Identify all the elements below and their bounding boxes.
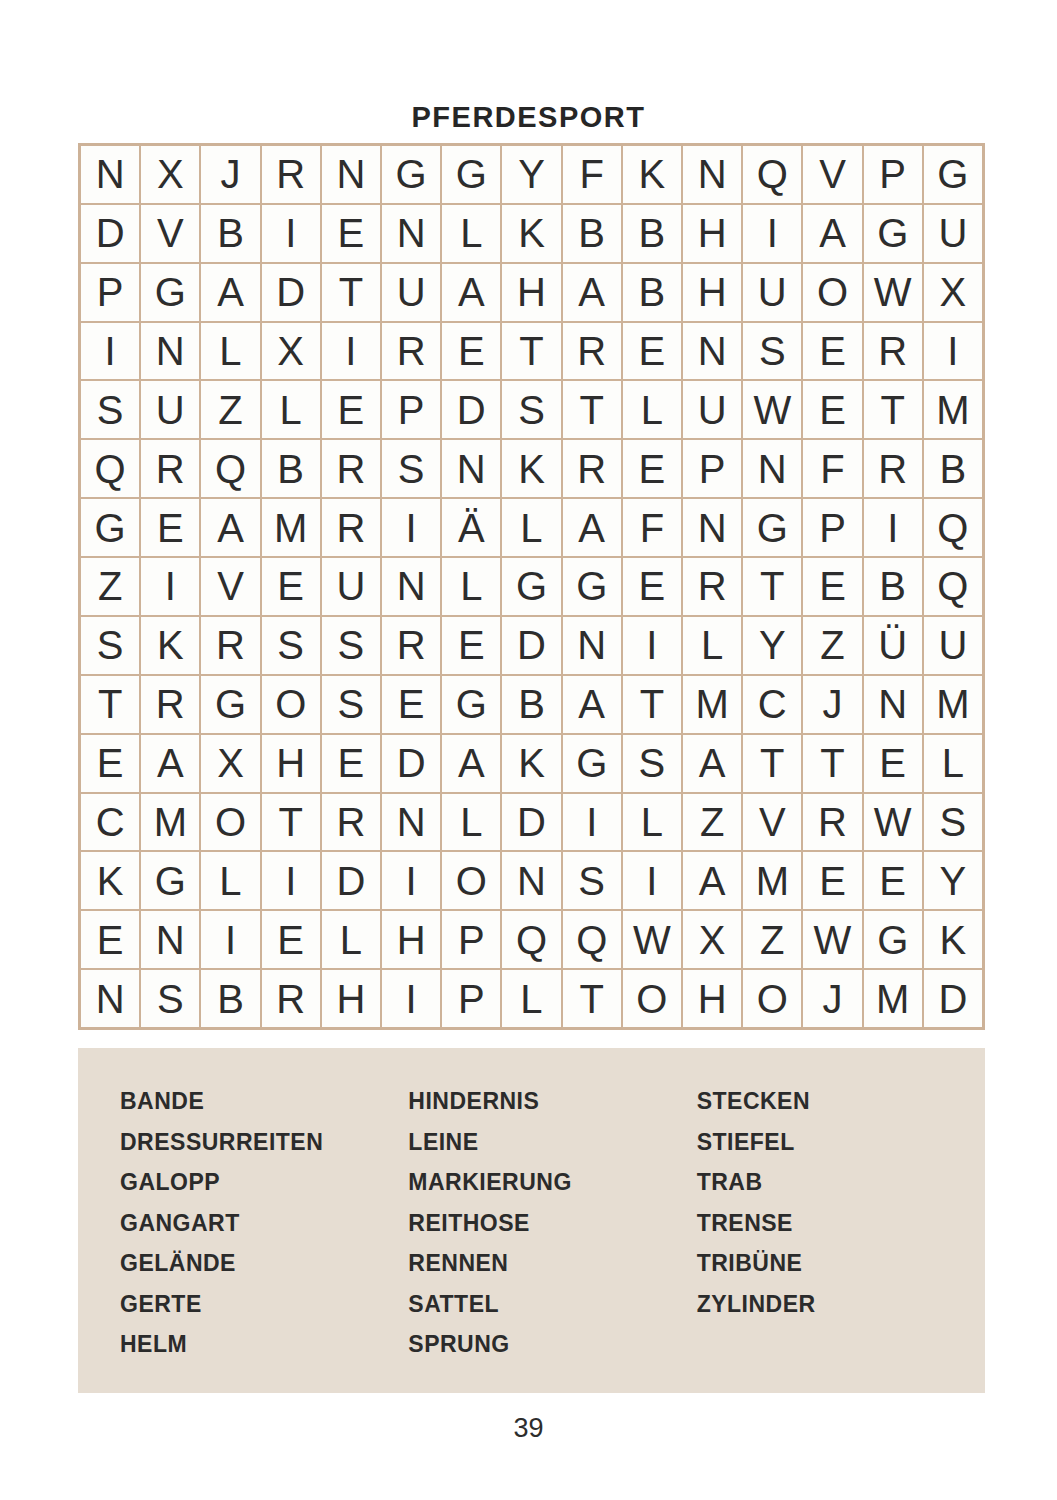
grid-cell-r14c13[interactable]: W — [803, 911, 861, 968]
grid-cell-r5c8[interactable]: S — [502, 381, 560, 438]
grid-cell-r12c11[interactable]: Z — [683, 794, 741, 851]
grid-cell-r5c13[interactable]: E — [803, 381, 861, 438]
grid-cell-r10c3[interactable]: G — [201, 676, 259, 733]
grid-cell-r10c4[interactable]: O — [262, 676, 320, 733]
grid-cell-r13c11[interactable]: A — [683, 852, 741, 909]
grid-cell-r12c13[interactable]: R — [803, 794, 861, 851]
grid-cell-r15c6[interactable]: I — [382, 970, 440, 1027]
grid-cell-r15c11[interactable]: H — [683, 970, 741, 1027]
page-title: PFERDESPORT — [0, 101, 1057, 134]
grid-cell-r14c6[interactable]: H — [382, 911, 440, 968]
grid-cell-r12c4[interactable]: T — [262, 794, 320, 851]
grid-cell-r7c5[interactable]: R — [322, 499, 380, 556]
grid-cell-r5c7[interactable]: D — [442, 381, 500, 438]
grid-cell-r8c3[interactable]: V — [201, 558, 259, 615]
word-list-item: RENNEN — [408, 1243, 696, 1284]
grid-cell-r11c3[interactable]: X — [201, 735, 259, 792]
grid-cell-r15c13[interactable]: J — [803, 970, 861, 1027]
grid-cell-r9c3[interactable]: R — [201, 617, 259, 674]
grid-cell-r15c10[interactable]: O — [623, 970, 681, 1027]
grid-cell-r6c11[interactable]: P — [683, 440, 741, 497]
grid-cell-r15c4[interactable]: R — [262, 970, 320, 1027]
grid-cell-r14c10[interactable]: W — [623, 911, 681, 968]
grid-cell-r9c2[interactable]: K — [141, 617, 199, 674]
grid-cell-r13c2[interactable]: G — [141, 852, 199, 909]
grid-cell-r9c4[interactable]: S — [262, 617, 320, 674]
grid-cell-r1c1[interactable]: N — [81, 146, 139, 203]
grid-cell-r10c5[interactable]: S — [322, 676, 380, 733]
grid-cell-r10c15[interactable]: M — [924, 676, 982, 733]
grid-cell-r8c2[interactable]: I — [141, 558, 199, 615]
grid-cell-r5c12[interactable]: W — [743, 381, 801, 438]
grid-cell-r7c6[interactable]: I — [382, 499, 440, 556]
grid-cell-r3c7[interactable]: A — [442, 264, 500, 321]
grid-cell-r6c1[interactable]: Q — [81, 440, 139, 497]
grid-cell-r3c13[interactable]: O — [803, 264, 861, 321]
grid-cell-r6c10[interactable]: E — [623, 440, 681, 497]
grid-cell-r2c7[interactable]: L — [442, 205, 500, 262]
grid-cell-r12c7[interactable]: L — [442, 794, 500, 851]
grid-cell-r9c8[interactable]: D — [502, 617, 560, 674]
grid-cell-r3c5[interactable]: T — [322, 264, 380, 321]
word-list-item: SATTEL — [408, 1284, 696, 1325]
grid-cell-r7c11[interactable]: N — [683, 499, 741, 556]
grid-cell-r14c9[interactable]: Q — [563, 911, 621, 968]
grid-cell-r8c10[interactable]: E — [623, 558, 681, 615]
grid-cell-r8c4[interactable]: E — [262, 558, 320, 615]
grid-cell-r5c15[interactable]: M — [924, 381, 982, 438]
word-list-item: REITHOSE — [408, 1203, 696, 1244]
grid-cell-r3c8[interactable]: H — [502, 264, 560, 321]
grid-cell-r15c9[interactable]: T — [563, 970, 621, 1027]
grid-cell-r6c6[interactable]: S — [382, 440, 440, 497]
grid-cell-r15c3[interactable]: B — [201, 970, 259, 1027]
grid-cell-r10c8[interactable]: B — [502, 676, 560, 733]
word-list-item: GERTE — [120, 1284, 408, 1325]
grid-cell-r11c5[interactable]: E — [322, 735, 380, 792]
grid-cell-r12c14[interactable]: W — [864, 794, 922, 851]
grid-cell-r6c4[interactable]: B — [262, 440, 320, 497]
grid-cell-r6c2[interactable]: R — [141, 440, 199, 497]
grid-cell-r2c15[interactable]: U — [924, 205, 982, 262]
grid-cell-r13c4[interactable]: I — [262, 852, 320, 909]
grid-cell-r11c11[interactable]: A — [683, 735, 741, 792]
grid-cell-r2c3[interactable]: B — [201, 205, 259, 262]
grid-cell-r12c9[interactable]: I — [563, 794, 621, 851]
grid-cell-r5c14[interactable]: T — [864, 381, 922, 438]
grid-cell-r11c1[interactable]: E — [81, 735, 139, 792]
grid-cell-r12c3[interactable]: O — [201, 794, 259, 851]
grid-cell-r5c2[interactable]: U — [141, 381, 199, 438]
grid-cell-r1c12[interactable]: Q — [743, 146, 801, 203]
grid-cell-r2c10[interactable]: B — [623, 205, 681, 262]
grid-cell-r14c3[interactable]: I — [201, 911, 259, 968]
grid-cell-r7c14[interactable]: I — [864, 499, 922, 556]
grid-cell-r7c9[interactable]: A — [563, 499, 621, 556]
grid-cell-r5c11[interactable]: U — [683, 381, 741, 438]
grid-cell-r3c3[interactable]: A — [201, 264, 259, 321]
word-list-item: GALOPP — [120, 1162, 408, 1203]
grid-cell-r4c8[interactable]: T — [502, 323, 560, 380]
grid-cell-r1c4[interactable]: R — [262, 146, 320, 203]
grid-cell-r11c4[interactable]: H — [262, 735, 320, 792]
grid-cell-r13c13[interactable]: E — [803, 852, 861, 909]
grid-cell-r1c3[interactable]: J — [201, 146, 259, 203]
grid-cell-r4c5[interactable]: I — [322, 323, 380, 380]
grid-cell-r12c12[interactable]: V — [743, 794, 801, 851]
grid-cell-r6c8[interactable]: K — [502, 440, 560, 497]
grid-cell-r13c5[interactable]: D — [322, 852, 380, 909]
grid-cell-r11c8[interactable]: K — [502, 735, 560, 792]
word-list-item: STIEFEL — [697, 1122, 985, 1163]
grid-cell-r8c11[interactable]: R — [683, 558, 741, 615]
grid-cell-r8c15[interactable]: Q — [924, 558, 982, 615]
grid-cell-r13c1[interactable]: K — [81, 852, 139, 909]
grid-cell-r1c2[interactable]: X — [141, 146, 199, 203]
grid-cell-r1c13[interactable]: V — [803, 146, 861, 203]
word-list-item: LEINE — [408, 1122, 696, 1163]
grid-cell-r7c10[interactable]: F — [623, 499, 681, 556]
word-list-item: GANGART — [120, 1203, 408, 1244]
grid-cell-r9c15[interactable]: U — [924, 617, 982, 674]
grid-cell-r9c10[interactable]: I — [623, 617, 681, 674]
grid-cell-r3c4[interactable]: D — [262, 264, 320, 321]
grid-cell-r11c15[interactable]: L — [924, 735, 982, 792]
word-list-item: TRENSE — [697, 1203, 985, 1244]
grid-cell-r13c6[interactable]: I — [382, 852, 440, 909]
grid-cell-r4c6[interactable]: R — [382, 323, 440, 380]
grid-cell-r2c8[interactable]: K — [502, 205, 560, 262]
grid-cell-r8c12[interactable]: T — [743, 558, 801, 615]
grid-cell-r7c3[interactable]: A — [201, 499, 259, 556]
grid-cell-r10c1[interactable]: T — [81, 676, 139, 733]
grid-cell-r10c11[interactable]: M — [683, 676, 741, 733]
word-search-grid: NXJRNGGYFKNQVPGDVBIENLKBBHIAGUPGADTUAHAB… — [78, 143, 985, 1030]
grid-cell-r9c12[interactable]: Y — [743, 617, 801, 674]
grid-cell-r3c12[interactable]: U — [743, 264, 801, 321]
grid-cell-r4c12[interactable]: S — [743, 323, 801, 380]
grid-cell-r12c15[interactable]: S — [924, 794, 982, 851]
grid-cell-r12c8[interactable]: D — [502, 794, 560, 851]
grid-cell-r14c4[interactable]: E — [262, 911, 320, 968]
grid-cell-r5c9[interactable]: T — [563, 381, 621, 438]
grid-cell-r15c15[interactable]: D — [924, 970, 982, 1027]
grid-cell-r5c10[interactable]: L — [623, 381, 681, 438]
word-list-column: STECKENSTIEFELTRABTRENSETRIBÜNEZYLINDER — [697, 1081, 985, 1393]
grid-cell-r4c1[interactable]: I — [81, 323, 139, 380]
grid-cell-r3c2[interactable]: G — [141, 264, 199, 321]
grid-cell-r8c14[interactable]: B — [864, 558, 922, 615]
grid-cell-r5c1[interactable]: S — [81, 381, 139, 438]
grid-cell-r7c8[interactable]: L — [502, 499, 560, 556]
word-list-panel: BANDEDRESSURREITENGALOPPGANGARTGELÄNDEGE… — [78, 1048, 985, 1393]
grid-cell-r1c15[interactable]: G — [924, 146, 982, 203]
grid-cell-r14c11[interactable]: X — [683, 911, 741, 968]
puzzle-page: PFERDESPORT NXJRNGGYFKNQVPGDVBIENLKBBHIA… — [0, 0, 1057, 1500]
grid-cell-r7c2[interactable]: E — [141, 499, 199, 556]
grid-cell-r15c5[interactable]: H — [322, 970, 380, 1027]
grid-cell-r3c11[interactable]: H — [683, 264, 741, 321]
grid-cell-r1c14[interactable]: P — [864, 146, 922, 203]
grid-cell-r3c15[interactable]: X — [924, 264, 982, 321]
grid-cell-r2c6[interactable]: N — [382, 205, 440, 262]
grid-cell-r14c12[interactable]: Z — [743, 911, 801, 968]
grid-cell-r7c13[interactable]: P — [803, 499, 861, 556]
grid-cell-r1c9[interactable]: F — [563, 146, 621, 203]
grid-cell-r13c15[interactable]: Y — [924, 852, 982, 909]
grid-cell-r4c7[interactable]: E — [442, 323, 500, 380]
grid-cell-r6c5[interactable]: R — [322, 440, 380, 497]
grid-cell-r11c10[interactable]: S — [623, 735, 681, 792]
grid-cell-r4c2[interactable]: N — [141, 323, 199, 380]
grid-cell-r2c12[interactable]: I — [743, 205, 801, 262]
grid-cell-r10c9[interactable]: A — [563, 676, 621, 733]
grid-cell-r11c13[interactable]: T — [803, 735, 861, 792]
grid-cell-r6c13[interactable]: F — [803, 440, 861, 497]
grid-cell-r10c7[interactable]: G — [442, 676, 500, 733]
grid-cell-r4c14[interactable]: R — [864, 323, 922, 380]
word-list-item: TRIBÜNE — [697, 1243, 985, 1284]
grid-cell-r7c1[interactable]: G — [81, 499, 139, 556]
grid-cell-r14c14[interactable]: G — [864, 911, 922, 968]
grid-cell-r13c10[interactable]: I — [623, 852, 681, 909]
grid-cell-r3c6[interactable]: U — [382, 264, 440, 321]
grid-cell-r13c12[interactable]: M — [743, 852, 801, 909]
grid-cell-r10c12[interactable]: C — [743, 676, 801, 733]
grid-cell-r14c5[interactable]: L — [322, 911, 380, 968]
grid-cell-r11c14[interactable]: E — [864, 735, 922, 792]
grid-cell-r2c13[interactable]: A — [803, 205, 861, 262]
grid-cell-r12c10[interactable]: L — [623, 794, 681, 851]
grid-cell-r4c9[interactable]: R — [563, 323, 621, 380]
grid-cell-r7c15[interactable]: Q — [924, 499, 982, 556]
grid-cell-r10c10[interactable]: T — [623, 676, 681, 733]
grid-cell-r4c11[interactable]: N — [683, 323, 741, 380]
grid-cell-r6c14[interactable]: R — [864, 440, 922, 497]
grid-cell-r9c9[interactable]: N — [563, 617, 621, 674]
grid-cell-r14c1[interactable]: E — [81, 911, 139, 968]
grid-cell-r9c1[interactable]: S — [81, 617, 139, 674]
word-list-item: GELÄNDE — [120, 1243, 408, 1284]
grid-cell-r2c9[interactable]: B — [563, 205, 621, 262]
grid-cell-r2c1[interactable]: D — [81, 205, 139, 262]
word-list-item: DRESSURREITEN — [120, 1122, 408, 1163]
word-list-item: TRAB — [697, 1162, 985, 1203]
grid-cell-r13c9[interactable]: S — [563, 852, 621, 909]
grid-cell-r2c5[interactable]: E — [322, 205, 380, 262]
grid-cell-r11c9[interactable]: G — [563, 735, 621, 792]
grid-cell-r2c11[interactable]: H — [683, 205, 741, 262]
grid-cell-r8c8[interactable]: G — [502, 558, 560, 615]
grid-cell-r1c6[interactable]: G — [382, 146, 440, 203]
grid-cell-r10c6[interactable]: E — [382, 676, 440, 733]
grid-cell-r4c15[interactable]: I — [924, 323, 982, 380]
grid-cell-r15c14[interactable]: M — [864, 970, 922, 1027]
grid-cell-r15c8[interactable]: L — [502, 970, 560, 1027]
grid-cell-r1c7[interactable]: G — [442, 146, 500, 203]
word-list-item: BANDE — [120, 1081, 408, 1122]
grid-cell-r14c7[interactable]: P — [442, 911, 500, 968]
grid-cell-r15c1[interactable]: N — [81, 970, 139, 1027]
grid-cell-r10c13[interactable]: J — [803, 676, 861, 733]
grid-cell-r8c5[interactable]: U — [322, 558, 380, 615]
grid-cell-r15c2[interactable]: S — [141, 970, 199, 1027]
grid-cell-r5c3[interactable]: Z — [201, 381, 259, 438]
grid-cell-r4c3[interactable]: L — [201, 323, 259, 380]
grid-cell-r4c4[interactable]: X — [262, 323, 320, 380]
grid-cell-r12c5[interactable]: R — [322, 794, 380, 851]
grid-cell-r12c1[interactable]: C — [81, 794, 139, 851]
word-list-item: ZYLINDER — [697, 1284, 985, 1325]
grid-cell-r14c2[interactable]: N — [141, 911, 199, 968]
grid-cell-r11c12[interactable]: T — [743, 735, 801, 792]
grid-cell-r7c4[interactable]: M — [262, 499, 320, 556]
grid-cell-r11c2[interactable]: A — [141, 735, 199, 792]
grid-cell-r13c14[interactable]: E — [864, 852, 922, 909]
word-list-column: BANDEDRESSURREITENGALOPPGANGARTGELÄNDEGE… — [120, 1081, 408, 1393]
grid-cell-r13c8[interactable]: N — [502, 852, 560, 909]
grid-cell-r13c3[interactable]: L — [201, 852, 259, 909]
grid-cell-r4c13[interactable]: E — [803, 323, 861, 380]
grid-cell-r12c2[interactable]: M — [141, 794, 199, 851]
grid-cell-r3c10[interactable]: B — [623, 264, 681, 321]
word-list-item: HELM — [120, 1324, 408, 1365]
grid-cell-r7c12[interactable]: G — [743, 499, 801, 556]
grid-cell-r9c5[interactable]: S — [322, 617, 380, 674]
grid-cell-r6c12[interactable]: N — [743, 440, 801, 497]
grid-cell-r3c1[interactable]: P — [81, 264, 139, 321]
grid-cell-r6c9[interactable]: R — [563, 440, 621, 497]
grid-cell-r11c6[interactable]: D — [382, 735, 440, 792]
grid-cell-r13c7[interactable]: O — [442, 852, 500, 909]
word-list-column: HINDERNISLEINEMARKIERUNGREITHOSERENNENSA… — [408, 1081, 696, 1393]
grid-cell-r8c6[interactable]: N — [382, 558, 440, 615]
grid-cell-r6c3[interactable]: Q — [201, 440, 259, 497]
word-list-item: STECKEN — [697, 1081, 985, 1122]
grid-cell-r8c13[interactable]: E — [803, 558, 861, 615]
grid-cell-r2c14[interactable]: G — [864, 205, 922, 262]
grid-cell-r5c6[interactable]: P — [382, 381, 440, 438]
grid-cell-r14c8[interactable]: Q — [502, 911, 560, 968]
grid-cell-r8c9[interactable]: G — [563, 558, 621, 615]
grid-cell-r14c15[interactable]: K — [924, 911, 982, 968]
grid-cell-r5c4[interactable]: L — [262, 381, 320, 438]
grid-cell-r1c8[interactable]: Y — [502, 146, 560, 203]
grid-cell-r9c14[interactable]: Ü — [864, 617, 922, 674]
word-list-item: HINDERNIS — [408, 1081, 696, 1122]
grid-cell-r5c5[interactable]: E — [322, 381, 380, 438]
grid-cell-r3c9[interactable]: A — [563, 264, 621, 321]
grid-cell-r12c6[interactable]: N — [382, 794, 440, 851]
grid-cell-r9c6[interactable]: R — [382, 617, 440, 674]
grid-cell-r9c7[interactable]: E — [442, 617, 500, 674]
grid-cell-r10c14[interactable]: N — [864, 676, 922, 733]
grid-cell-r11c7[interactable]: A — [442, 735, 500, 792]
page-number: 39 — [0, 1413, 1057, 1444]
grid-cell-r1c11[interactable]: N — [683, 146, 741, 203]
grid-cell-r2c2[interactable]: V — [141, 205, 199, 262]
grid-cell-r15c7[interactable]: P — [442, 970, 500, 1027]
grid-cell-r3c14[interactable]: W — [864, 264, 922, 321]
grid-cell-r10c2[interactable]: R — [141, 676, 199, 733]
grid-cell-r8c1[interactable]: Z — [81, 558, 139, 615]
word-list-item: SPRUNG — [408, 1324, 696, 1365]
grid-cell-r1c5[interactable]: N — [322, 146, 380, 203]
grid-cell-r1c10[interactable]: K — [623, 146, 681, 203]
grid-cell-r8c7[interactable]: L — [442, 558, 500, 615]
grid-cell-r6c7[interactable]: N — [442, 440, 500, 497]
grid-cell-r9c11[interactable]: L — [683, 617, 741, 674]
grid-cell-r9c13[interactable]: Z — [803, 617, 861, 674]
grid-cell-r6c15[interactable]: B — [924, 440, 982, 497]
grid-cell-r7c7[interactable]: Ä — [442, 499, 500, 556]
grid-cell-r4c10[interactable]: E — [623, 323, 681, 380]
grid-cell-r15c12[interactable]: O — [743, 970, 801, 1027]
word-list-item: MARKIERUNG — [408, 1162, 696, 1203]
grid-cell-r2c4[interactable]: I — [262, 205, 320, 262]
